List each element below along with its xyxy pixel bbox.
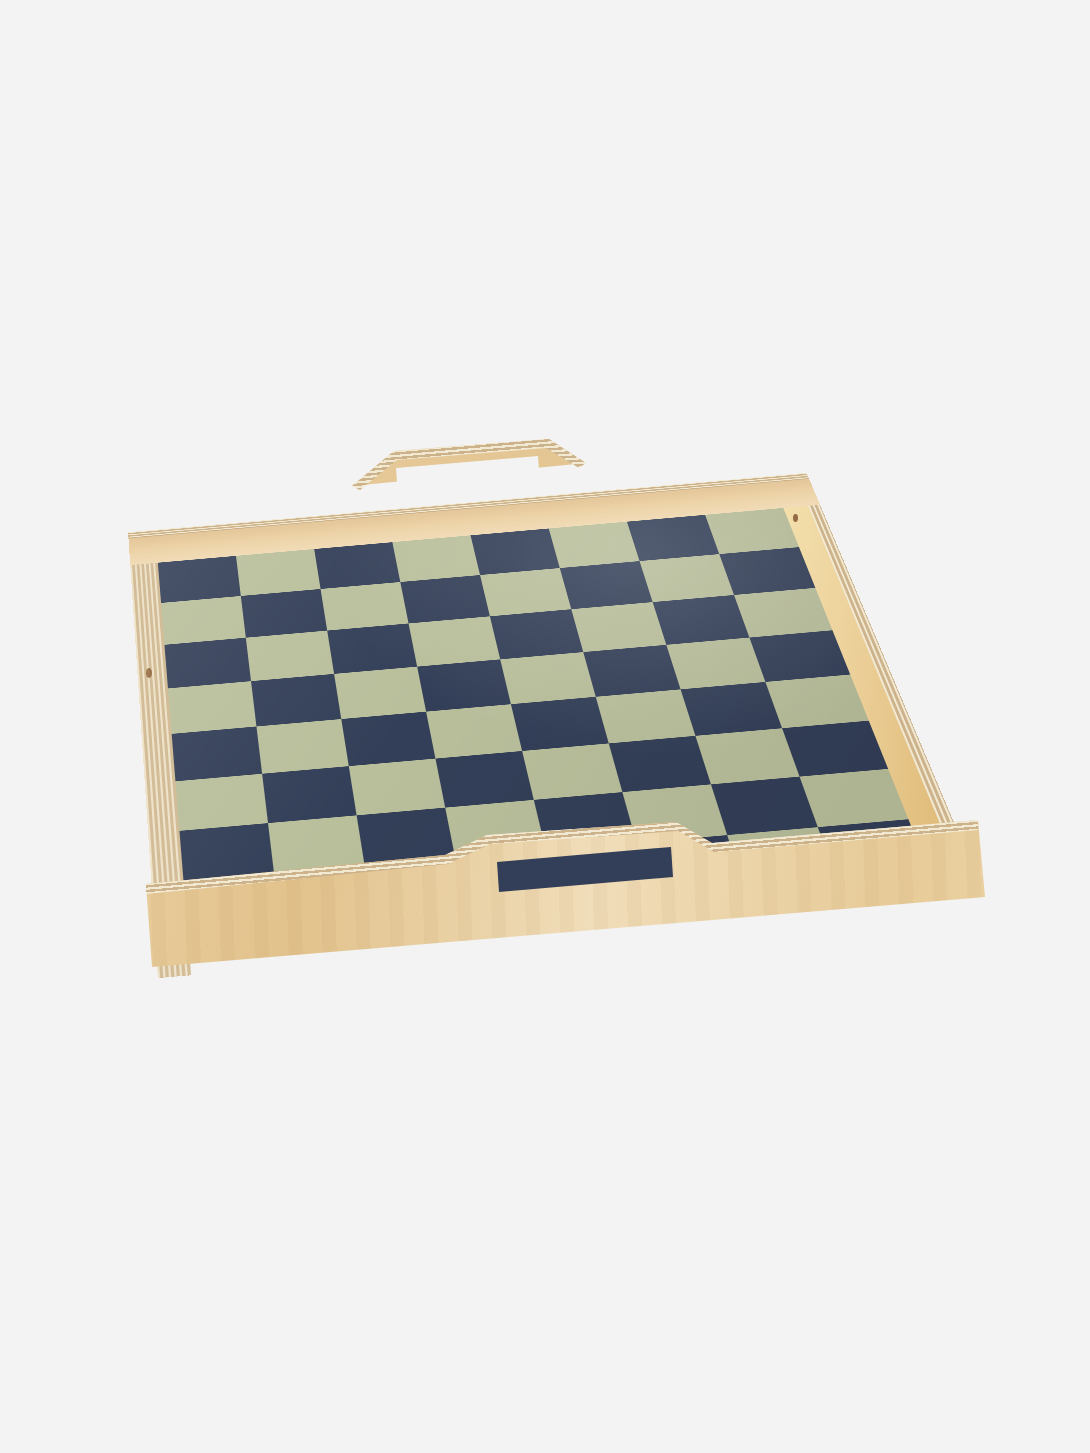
board-square-r1c7 xyxy=(627,515,719,561)
board-square-r7c2 xyxy=(268,815,365,874)
board-square-r3c5 xyxy=(490,609,583,659)
board-square-r2c7 xyxy=(640,554,734,602)
board-square-r3c7 xyxy=(653,595,750,645)
board-square-r1c4 xyxy=(392,535,480,582)
board-square-r1c1 xyxy=(158,556,241,603)
board-square-r2c2 xyxy=(241,589,327,638)
board-square-r8c2 xyxy=(274,867,373,929)
board-square-r8c1 xyxy=(184,875,281,937)
board-square-r2c6 xyxy=(560,561,653,609)
board-square-r3c2 xyxy=(246,631,334,682)
board-square-r5c6 xyxy=(596,689,696,743)
board-square-r8c4 xyxy=(455,851,558,913)
board-square-r5c4 xyxy=(426,704,522,758)
board-square-r7c3 xyxy=(357,808,456,867)
tray-plane xyxy=(128,473,989,978)
board-square-r7c6 xyxy=(622,784,727,843)
board-square-r6c4 xyxy=(435,751,533,808)
board-square-r6c3 xyxy=(349,759,445,816)
board-square-r4c1 xyxy=(168,681,256,734)
board-square-r6c7 xyxy=(695,728,799,784)
board-square-r6c6 xyxy=(609,736,711,792)
board-square-r5c3 xyxy=(341,712,435,767)
board-square-r3c3 xyxy=(327,623,417,673)
board-square-r8c6 xyxy=(637,835,745,896)
board-square-r1c6 xyxy=(549,522,640,568)
board-square-r4c5 xyxy=(500,652,596,704)
board-square-r8c3 xyxy=(365,859,466,921)
board-square-r5c2 xyxy=(256,719,348,774)
board-square-r6c2 xyxy=(262,766,357,823)
board-square-r1c2 xyxy=(236,549,321,596)
board-square-r6c5 xyxy=(522,743,622,799)
board-square-r8c5 xyxy=(546,843,651,904)
board-square-r1c5 xyxy=(471,529,560,576)
board-square-r5c7 xyxy=(681,682,783,736)
board-square-r3c4 xyxy=(409,616,501,666)
board-square-r3c6 xyxy=(571,602,666,652)
board-square-r7c1 xyxy=(179,823,274,883)
board-square-r1c3 xyxy=(314,542,400,589)
product-photo-canvas xyxy=(0,0,1090,1453)
board-square-r4c2 xyxy=(251,674,341,727)
board-square-r2c3 xyxy=(321,582,409,631)
board-square-r7c5 xyxy=(534,792,637,851)
board-square-r2c1 xyxy=(161,596,246,645)
board-square-r7c4 xyxy=(445,800,546,859)
board-square-r4c7 xyxy=(666,638,765,690)
tray xyxy=(106,264,924,1136)
board-square-r5c1 xyxy=(172,726,262,781)
board-square-r4c4 xyxy=(417,659,511,711)
board-square-r4c8 xyxy=(749,630,850,682)
board-square-r4c3 xyxy=(334,667,426,719)
board-square-r6c8 xyxy=(782,721,888,777)
right-rail-screw-hole xyxy=(793,514,798,522)
board-square-r3c1 xyxy=(164,638,251,689)
board-square-r5c8 xyxy=(765,675,868,729)
board-square-r6c1 xyxy=(175,774,268,831)
board-square-r7c8 xyxy=(800,769,909,827)
board-square-r2c4 xyxy=(400,575,490,623)
board-square-r2c8 xyxy=(719,547,815,595)
board-square-r1c8 xyxy=(705,508,799,554)
board-square-r2c5 xyxy=(480,568,571,616)
left-rail-knot xyxy=(146,668,152,678)
board-square-r5c5 xyxy=(511,697,609,751)
board-square-r3c8 xyxy=(734,588,832,638)
board-square-r4c6 xyxy=(583,645,680,697)
